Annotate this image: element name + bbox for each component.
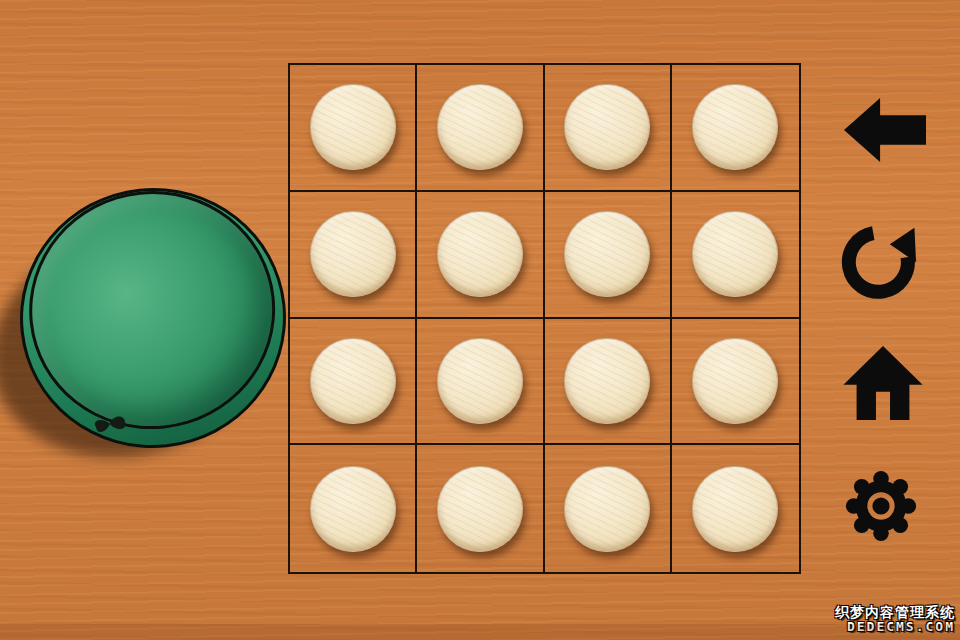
cell-r3c1[interactable] [290, 319, 417, 446]
stone-bowl[interactable] [7, 175, 299, 461]
cell-r3c2[interactable] [417, 319, 544, 446]
settings-button[interactable] [842, 464, 920, 548]
watermark: 织梦内容管理系统 DEDECMS.COM [835, 604, 955, 635]
game-screen: 织梦内容管理系统 DEDECMS.COM [0, 0, 960, 640]
stone[interactable] [564, 211, 650, 297]
cell-r2c4[interactable] [672, 192, 799, 319]
cell-r4c3[interactable] [545, 445, 672, 572]
gear-icon [842, 464, 920, 548]
stone[interactable] [437, 211, 523, 297]
cell-r3c3[interactable] [545, 319, 672, 446]
watermark-line1: 织梦内容管理系统 [835, 604, 955, 620]
back-arrow-icon [844, 94, 926, 166]
stone[interactable] [437, 466, 523, 552]
board [288, 63, 801, 574]
stone[interactable] [310, 466, 396, 552]
cell-r3c4[interactable] [672, 319, 799, 446]
cell-r1c4[interactable] [672, 65, 799, 192]
stone[interactable] [564, 466, 650, 552]
cell-r4c1[interactable] [290, 445, 417, 572]
stone[interactable] [437, 84, 523, 170]
cell-r2c1[interactable] [290, 192, 417, 319]
cell-r4c4[interactable] [672, 445, 799, 572]
restart-button[interactable] [838, 218, 922, 300]
stone[interactable] [310, 338, 396, 424]
home-button[interactable] [839, 344, 927, 422]
stone[interactable] [564, 84, 650, 170]
cell-r1c2[interactable] [417, 65, 544, 192]
cell-r2c3[interactable] [545, 192, 672, 319]
watermark-line2: DEDECMS.COM [835, 620, 955, 635]
cell-r1c1[interactable] [290, 65, 417, 192]
stone[interactable] [564, 338, 650, 424]
stone[interactable] [692, 466, 778, 552]
home-icon [839, 344, 927, 422]
stone[interactable] [692, 211, 778, 297]
cell-r2c2[interactable] [417, 192, 544, 319]
stone[interactable] [692, 84, 778, 170]
cell-r4c2[interactable] [417, 445, 544, 572]
stone[interactable] [437, 338, 523, 424]
back-button[interactable] [844, 94, 926, 166]
stone[interactable] [310, 84, 396, 170]
refresh-icon [838, 218, 922, 300]
stone[interactable] [310, 211, 396, 297]
cell-r1c3[interactable] [545, 65, 672, 192]
stone[interactable] [692, 338, 778, 424]
